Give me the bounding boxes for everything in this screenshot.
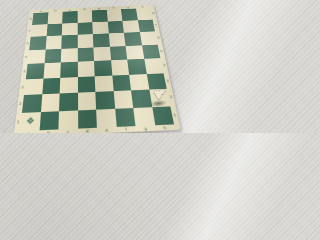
square-a6[interactable] <box>29 36 46 50</box>
coord-label: h <box>155 124 175 130</box>
square-e3[interactable] <box>95 75 114 92</box>
coord-label: e <box>97 127 117 133</box>
square-a4[interactable] <box>26 63 44 79</box>
square-d7[interactable] <box>77 22 93 35</box>
square-b8[interactable] <box>47 12 62 24</box>
square-f3[interactable] <box>112 74 131 91</box>
square-d5[interactable] <box>77 47 94 62</box>
square-d3[interactable] <box>77 76 95 93</box>
square-h4[interactable] <box>144 58 164 74</box>
square-b7[interactable] <box>46 23 62 36</box>
square-f2[interactable] <box>113 90 133 108</box>
chess-board: abcdefgh abcdefgh 87654321 87654321 ❖ <box>14 5 181 133</box>
square-b4[interactable] <box>43 62 61 78</box>
square-c1[interactable] <box>58 110 77 130</box>
square-a5[interactable] <box>28 49 46 64</box>
square-a2[interactable] <box>22 94 42 112</box>
square-d2[interactable] <box>78 92 97 110</box>
square-d6[interactable] <box>77 34 93 48</box>
square-c6[interactable] <box>61 35 77 49</box>
square-b1[interactable] <box>39 111 59 131</box>
square-e7[interactable] <box>92 21 108 34</box>
square-f5[interactable] <box>109 46 127 61</box>
square-a7[interactable] <box>31 24 47 37</box>
square-c8[interactable] <box>62 11 77 23</box>
square-d1[interactable] <box>78 109 97 128</box>
square-b5[interactable] <box>44 48 61 63</box>
square-e1[interactable] <box>96 108 116 127</box>
coord-label: f <box>116 126 136 132</box>
square-e6[interactable] <box>93 33 110 47</box>
coord-label: g <box>135 125 155 131</box>
square-f4[interactable] <box>111 60 129 76</box>
square-d4[interactable] <box>77 61 94 77</box>
square-e4[interactable] <box>94 60 112 76</box>
square-d8[interactable] <box>77 10 92 22</box>
coord-label: d <box>78 128 98 133</box>
square-c5[interactable] <box>61 48 78 63</box>
square-h7[interactable] <box>137 19 155 32</box>
square-h6[interactable] <box>139 31 157 45</box>
square-c2[interactable] <box>59 93 78 111</box>
square-a8[interactable] <box>32 12 48 24</box>
square-c3[interactable] <box>60 77 78 94</box>
square-e8[interactable] <box>92 10 108 22</box>
square-f6[interactable] <box>108 33 125 47</box>
square-b2[interactable] <box>40 93 59 111</box>
board-grid <box>20 8 174 131</box>
square-e2[interactable] <box>95 91 114 109</box>
square-f7[interactable] <box>107 21 124 34</box>
board-logo-icon: ❖ <box>20 112 41 132</box>
square-a3[interactable] <box>24 78 43 95</box>
square-h5[interactable] <box>142 44 161 59</box>
square-b6[interactable] <box>45 35 62 49</box>
square-h8[interactable] <box>136 8 153 20</box>
square-c7[interactable] <box>62 23 78 36</box>
board-perspective-wrapper: abcdefgh abcdefgh 87654321 87654321 ❖ <box>19 0 169 133</box>
square-e5[interactable] <box>93 46 110 61</box>
square-f1[interactable] <box>115 108 136 127</box>
square-b3[interactable] <box>42 77 60 94</box>
square-f8[interactable] <box>106 9 122 21</box>
photo-background: abcdefgh abcdefgh 87654321 87654321 ❖ ♟ <box>0 0 200 133</box>
square-h1[interactable] <box>152 106 174 125</box>
square-c4[interactable] <box>60 62 77 78</box>
